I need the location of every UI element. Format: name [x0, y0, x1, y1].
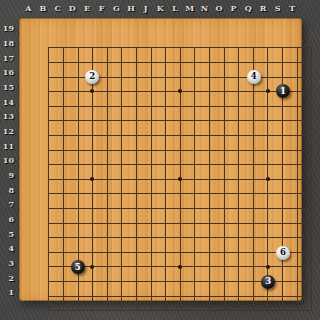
column-label-l: L: [168, 3, 182, 13]
grid-cell: [121, 62, 136, 77]
grid-cell: [136, 208, 151, 223]
column-label-f: F: [95, 3, 109, 13]
stone-white-r5-move6: 6: [276, 246, 290, 260]
grid-cell: [151, 135, 166, 150]
grid-cell: [151, 179, 166, 194]
grid-cell: [92, 266, 107, 281]
grid-cell: [238, 179, 253, 194]
grid-cell: [194, 47, 209, 62]
grid-cell: [238, 120, 253, 135]
grid-cell: [165, 208, 180, 223]
grid-cell: [107, 106, 122, 121]
grid-cell: [136, 252, 151, 267]
grid-cell: [194, 252, 209, 267]
column-label-b: B: [36, 3, 50, 13]
grid-cell: [180, 252, 195, 267]
grid-cell: [48, 193, 63, 208]
column-label-j: J: [139, 3, 153, 13]
grid-cell: [180, 208, 195, 223]
grid-cell: [165, 62, 180, 77]
grid-cell: [121, 77, 136, 92]
grid-cell: [151, 266, 166, 281]
grid-cell: [238, 193, 253, 208]
grid-cell: [151, 47, 166, 62]
grid-cell: [121, 179, 136, 194]
grid-cell: [238, 252, 253, 267]
grid-cell: [194, 62, 209, 77]
grid-cell: [194, 208, 209, 223]
star-point-k10: [178, 177, 182, 181]
grid-cell: [267, 179, 282, 194]
grid-cell: [209, 62, 224, 77]
row-label-18: 18: [1, 38, 14, 48]
row-label-9: 9: [1, 170, 14, 180]
grid-cell: [180, 237, 195, 252]
grid-cell: [194, 237, 209, 252]
grid-cell: [224, 208, 239, 223]
grid-cell: [297, 208, 312, 223]
grid-cell: [180, 135, 195, 150]
grid-cell: [165, 120, 180, 135]
grid-cell: [63, 62, 78, 77]
row-label-13: 13: [1, 111, 14, 121]
grid-cell: [78, 193, 93, 208]
grid-cell: [224, 62, 239, 77]
grid-cell: [165, 47, 180, 62]
grid-cell: [180, 266, 195, 281]
grid-cell: [194, 296, 209, 311]
grid-cell: [224, 252, 239, 267]
stone-black-q3-move3: 3: [261, 275, 275, 289]
grid-cell: [209, 120, 224, 135]
stone-move-number: 6: [280, 247, 286, 257]
grid-cell: [282, 193, 297, 208]
grid-cell: [180, 77, 195, 92]
grid-cell: [297, 150, 312, 165]
column-label-p: P: [227, 3, 241, 13]
grid-cell: [78, 91, 93, 106]
grid-cell: [151, 164, 166, 179]
grid-cell: [253, 296, 268, 311]
grid-cell: [238, 164, 253, 179]
grid-cell: [78, 208, 93, 223]
row-label-8: 8: [1, 185, 14, 195]
grid-cell: [165, 266, 180, 281]
grid-cell: [282, 135, 297, 150]
grid-cell: [194, 135, 209, 150]
grid-cell: [209, 106, 224, 121]
column-label-r: R: [256, 3, 270, 13]
grid-cell: [253, 164, 268, 179]
grid-cell: [92, 164, 107, 179]
grid-cell: [63, 208, 78, 223]
grid-cell: [107, 237, 122, 252]
grid-cell: [151, 281, 166, 296]
grid-cell: [282, 179, 297, 194]
grid-cell: [48, 135, 63, 150]
grid-cell: [238, 47, 253, 62]
stone-move-number: 1: [280, 86, 286, 96]
grid-cell: [180, 106, 195, 121]
grid-cell: [209, 47, 224, 62]
stone-black-r16-move1: 1: [276, 84, 290, 98]
grid-cell: [180, 120, 195, 135]
row-label-12: 12: [1, 126, 14, 136]
grid-cell: [136, 150, 151, 165]
column-label-t: T: [285, 3, 299, 13]
grid-cell: [151, 77, 166, 92]
grid-cell: [107, 296, 122, 311]
row-label-3: 3: [1, 258, 14, 268]
grid-cell: [267, 223, 282, 238]
grid-cell: [121, 296, 136, 311]
grid-cell: [209, 252, 224, 267]
grid-cell: [238, 208, 253, 223]
grid-cell: [253, 120, 268, 135]
grid-cell: [209, 266, 224, 281]
star-point-q10: [266, 177, 270, 181]
grid-cell: [92, 193, 107, 208]
grid-cell: [78, 135, 93, 150]
grid-cell: [78, 179, 93, 194]
grid-cell: [121, 281, 136, 296]
stone-move-number: 3: [265, 276, 271, 286]
grid-cell: [121, 208, 136, 223]
column-label-a: A: [21, 3, 35, 13]
grid-cell: [121, 223, 136, 238]
grid-cell: [48, 266, 63, 281]
grid-cell: [297, 193, 312, 208]
grid-cell: [121, 237, 136, 252]
grid-cell: [107, 193, 122, 208]
grid-cell: [48, 62, 63, 77]
grid-cell: [165, 150, 180, 165]
grid-cell: [92, 135, 107, 150]
grid-cell: [282, 120, 297, 135]
grid-cell: [267, 120, 282, 135]
grid-cell: [151, 252, 166, 267]
grid-cell: [78, 120, 93, 135]
grid-cell: [63, 164, 78, 179]
grid-cell: [209, 179, 224, 194]
grid-cell: [224, 150, 239, 165]
grid-cell: [136, 281, 151, 296]
grid-cell: [224, 193, 239, 208]
grid-cell: [121, 120, 136, 135]
grid-cell: [48, 164, 63, 179]
grid-cell: [48, 120, 63, 135]
grid-cell: [194, 164, 209, 179]
grid-cell: [48, 150, 63, 165]
grid-cell: [224, 179, 239, 194]
star-point-q4: [266, 265, 270, 269]
grid-cell: [297, 252, 312, 267]
grid-cell: [165, 135, 180, 150]
grid-cell: [78, 150, 93, 165]
row-label-1: 1: [1, 287, 14, 297]
grid-cell: [297, 281, 312, 296]
grid-cell: [253, 223, 268, 238]
go-board: 123456: [19, 18, 302, 301]
grid-cell: [180, 91, 195, 106]
grid-cell: [121, 252, 136, 267]
grid-cell: [267, 164, 282, 179]
grid-cell: [282, 62, 297, 77]
grid-cell: [78, 164, 93, 179]
grid-cell: [63, 135, 78, 150]
grid-cell: [63, 281, 78, 296]
grid-cell: [282, 164, 297, 179]
grid-cell: [267, 193, 282, 208]
grid-cell: [107, 120, 122, 135]
grid-cell: [253, 47, 268, 62]
grid-cell: [194, 150, 209, 165]
grid-cell: [209, 223, 224, 238]
grid-cell: [92, 208, 107, 223]
grid-cell: [180, 164, 195, 179]
grid-cell: [121, 135, 136, 150]
grid-cell: [63, 120, 78, 135]
grid-cell: [209, 193, 224, 208]
grid-cell: [282, 296, 297, 311]
column-label-k: K: [153, 3, 167, 13]
grid-cell: [238, 237, 253, 252]
go-board-diagram: 123456 ABCDEFGHJKLMNOPQRST19181716151413…: [0, 0, 320, 320]
grid-cell: [297, 62, 312, 77]
column-label-g: G: [109, 3, 123, 13]
grid-cell: [136, 77, 151, 92]
grid-cell: [267, 296, 282, 311]
grid-cell: [180, 179, 195, 194]
grid-cell: [78, 223, 93, 238]
grid-cell: [297, 120, 312, 135]
grid-cell: [151, 296, 166, 311]
grid-cell: [48, 237, 63, 252]
column-label-h: H: [124, 3, 138, 13]
grid-cell: [121, 150, 136, 165]
grid-cell: [151, 237, 166, 252]
grid-cell: [180, 62, 195, 77]
grid-cell: [238, 106, 253, 121]
grid-cell: [165, 91, 180, 106]
column-label-q: Q: [241, 3, 255, 13]
grid-cell: [253, 208, 268, 223]
grid-cell: [151, 223, 166, 238]
grid-cell: [209, 296, 224, 311]
grid-cell: [92, 223, 107, 238]
grid-cell: [78, 47, 93, 62]
grid-cell: [136, 296, 151, 311]
grid-cell: [180, 193, 195, 208]
grid-cell: [267, 106, 282, 121]
grid-cell: [78, 281, 93, 296]
grid-cell: [151, 193, 166, 208]
grid-cell: [121, 106, 136, 121]
grid-cell: [165, 77, 180, 92]
grid-cell: [165, 106, 180, 121]
grid-cell: [136, 179, 151, 194]
row-label-10: 10: [1, 155, 14, 165]
grid-cell: [180, 296, 195, 311]
row-label-16: 16: [1, 67, 14, 77]
grid-cell: [165, 223, 180, 238]
grid-cell: [224, 266, 239, 281]
grid-cell: [48, 106, 63, 121]
grid-cell: [209, 91, 224, 106]
grid-cell: [107, 77, 122, 92]
row-label-5: 5: [1, 229, 14, 239]
grid-cell: [78, 296, 93, 311]
row-label-19: 19: [1, 23, 14, 33]
grid-cell: [78, 106, 93, 121]
grid-cell: [151, 62, 166, 77]
grid-cell: [63, 179, 78, 194]
grid-cell: [121, 193, 136, 208]
grid-cell: [253, 150, 268, 165]
grid-cell: [63, 91, 78, 106]
grid-cell: [92, 237, 107, 252]
row-label-6: 6: [1, 214, 14, 224]
grid-cell: [121, 47, 136, 62]
grid-cell: [151, 208, 166, 223]
row-label-11: 11: [1, 141, 14, 151]
grid-cell: [107, 252, 122, 267]
grid-cell: [209, 281, 224, 296]
star-point-k4: [178, 265, 182, 269]
grid-cell: [78, 237, 93, 252]
grid-cell: [165, 252, 180, 267]
grid-cell: [267, 150, 282, 165]
grid-cell: [194, 91, 209, 106]
grid-cell: [107, 150, 122, 165]
grid-cell: [297, 266, 312, 281]
grid-cell: [209, 237, 224, 252]
grid-cell: [63, 223, 78, 238]
grid-cell: [194, 77, 209, 92]
grid-cell: [107, 179, 122, 194]
column-label-o: O: [212, 3, 226, 13]
stone-move-number: 2: [89, 71, 95, 81]
grid-cell: [136, 237, 151, 252]
grid-cell: [136, 120, 151, 135]
grid-cell: [63, 106, 78, 121]
grid-cell: [180, 47, 195, 62]
grid-cell: [224, 135, 239, 150]
board-grid[interactable]: 123456: [48, 47, 312, 311]
grid-cell: [224, 47, 239, 62]
grid-cell: [92, 150, 107, 165]
grid-cell: [48, 296, 63, 311]
grid-cell: [48, 281, 63, 296]
grid-cell: [107, 281, 122, 296]
grid-cell: [297, 296, 312, 311]
grid-cell: [48, 77, 63, 92]
grid-cell: [238, 150, 253, 165]
column-label-e: E: [80, 3, 94, 13]
grid-cell: [253, 179, 268, 194]
grid-cell: [107, 266, 122, 281]
grid-cell: [282, 106, 297, 121]
grid-cell: [253, 135, 268, 150]
grid-cell: [92, 106, 107, 121]
grid-cell: [63, 47, 78, 62]
grid-cell: [297, 164, 312, 179]
grid-cell: [121, 91, 136, 106]
grid-cell: [136, 266, 151, 281]
grid-cell: [238, 91, 253, 106]
grid-cell: [92, 179, 107, 194]
grid-cell: [238, 266, 253, 281]
grid-cell: [267, 208, 282, 223]
grid-cell: [180, 281, 195, 296]
grid-cell: [180, 223, 195, 238]
row-label-4: 4: [1, 243, 14, 253]
grid-cell: [48, 223, 63, 238]
grid-cell: [209, 135, 224, 150]
grid-cell: [267, 135, 282, 150]
grid-cell: [194, 120, 209, 135]
grid-cell: [107, 91, 122, 106]
star-point-k16: [178, 89, 182, 93]
grid-cell: [224, 223, 239, 238]
grid-cell: [63, 237, 78, 252]
stone-black-c4-move5: 5: [71, 260, 85, 274]
grid-cell: [282, 47, 297, 62]
star-point-d10: [90, 177, 94, 181]
grid-cell: [165, 179, 180, 194]
grid-cell: [92, 91, 107, 106]
grid-cell: [151, 150, 166, 165]
grid-cell: [194, 266, 209, 281]
grid-cell: [165, 193, 180, 208]
grid-cell: [92, 252, 107, 267]
grid-cell: [136, 91, 151, 106]
star-point-d16: [90, 89, 94, 93]
grid-cell: [209, 208, 224, 223]
row-label-15: 15: [1, 82, 14, 92]
row-label-14: 14: [1, 97, 14, 107]
grid-cell: [282, 208, 297, 223]
grid-cell: [107, 208, 122, 223]
grid-cell: [136, 47, 151, 62]
grid-cell: [194, 223, 209, 238]
grid-cell: [165, 296, 180, 311]
grid-cell: [253, 237, 268, 252]
grid-cell: [224, 164, 239, 179]
grid-cell: [136, 135, 151, 150]
grid-cell: [121, 164, 136, 179]
grid-cell: [253, 252, 268, 267]
grid-cell: [63, 77, 78, 92]
grid-cell: [224, 296, 239, 311]
grid-cell: [253, 193, 268, 208]
grid-cell: [238, 281, 253, 296]
grid-cell: [282, 281, 297, 296]
grid-cell: [297, 77, 312, 92]
grid-cell: [224, 237, 239, 252]
grid-cell: [136, 106, 151, 121]
grid-cell: [297, 91, 312, 106]
grid-cell: [224, 91, 239, 106]
grid-cell: [267, 62, 282, 77]
grid-cell: [107, 62, 122, 77]
grid-cell: [136, 193, 151, 208]
row-label-2: 2: [1, 273, 14, 283]
grid-cell: [238, 296, 253, 311]
grid-cell: [297, 47, 312, 62]
grid-cell: [107, 135, 122, 150]
grid-cell: [224, 106, 239, 121]
